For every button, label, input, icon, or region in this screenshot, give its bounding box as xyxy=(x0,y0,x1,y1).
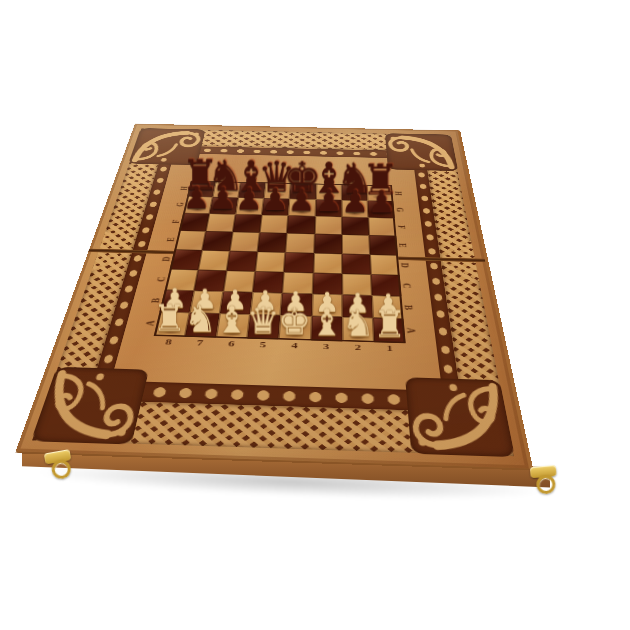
black-pawn[interactable]: ♟ xyxy=(341,187,369,217)
square-2A[interactable]: ♞ xyxy=(342,317,374,342)
black-pawn[interactable]: ♟ xyxy=(314,186,342,216)
black-pawn[interactable]: ♟ xyxy=(209,184,237,213)
board-top-face: 87654321H♜♞♝♛♚♝♞♜HG♟♟♟♟♟♟♟♟GFFEEDDCCB♟♟♟… xyxy=(15,124,534,471)
game-board: 87654321H♜♞♝♛♚♝♞♜HG♟♟♟♟♟♟♟♟GFFEEDDCCB♟♟♟… xyxy=(15,124,534,471)
product-photo-scene: 87654321H♜♞♝♛♚♝♞♜HG♟♟♟♟♟♟♟♟GFFEEDDCCB♟♟♟… xyxy=(0,0,630,630)
square-5A[interactable]: ♛ xyxy=(248,315,281,340)
square-2G[interactable]: ♟ xyxy=(341,200,368,218)
brass-clasp-right xyxy=(530,465,560,495)
white-queen[interactable]: ♛ xyxy=(247,303,280,338)
black-pawn[interactable]: ♟ xyxy=(262,185,290,214)
square-3G[interactable]: ♟ xyxy=(315,199,341,217)
white-knight[interactable]: ♞ xyxy=(185,301,218,336)
white-rook[interactable]: ♜ xyxy=(373,306,406,341)
white-rook[interactable]: ♜ xyxy=(154,300,187,335)
square-3A[interactable]: ♝ xyxy=(311,316,342,341)
black-pawn[interactable]: ♟ xyxy=(367,188,395,218)
white-bishop[interactable]: ♝ xyxy=(310,304,343,339)
corner-scroll-ornament xyxy=(385,133,458,171)
black-pawn[interactable]: ♟ xyxy=(235,185,263,214)
square-1G[interactable]: ♟ xyxy=(367,201,394,219)
square-4G[interactable]: ♟ xyxy=(289,199,316,216)
square-5G[interactable]: ♟ xyxy=(262,198,290,215)
white-knight[interactable]: ♞ xyxy=(341,305,374,340)
clasp-ring xyxy=(535,474,556,495)
brass-clasp-left xyxy=(44,449,76,481)
square-6G[interactable]: ♟ xyxy=(236,198,264,215)
square-4A[interactable]: ♚ xyxy=(279,315,311,340)
square-1A[interactable]: ♜ xyxy=(372,318,405,343)
black-pawn[interactable]: ♟ xyxy=(288,186,316,215)
white-king[interactable]: ♚ xyxy=(278,304,311,339)
white-bishop[interactable]: ♝ xyxy=(216,302,249,337)
